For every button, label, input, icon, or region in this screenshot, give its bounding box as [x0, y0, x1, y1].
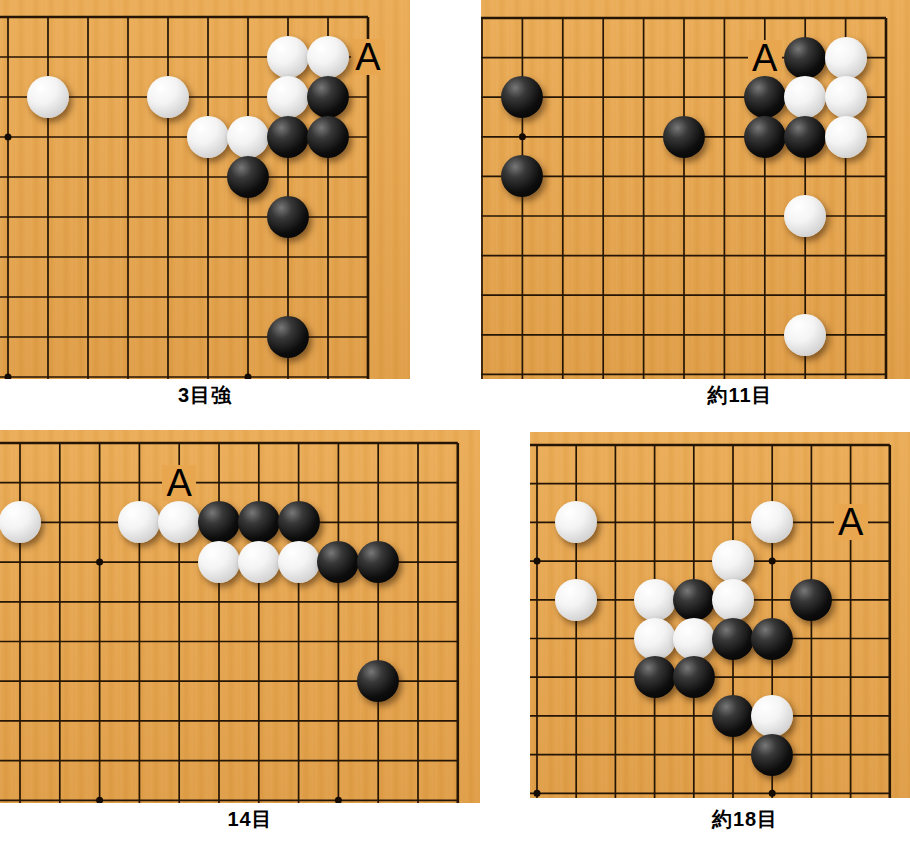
stone-black — [307, 76, 349, 118]
go-diagrams-page: A A A A 3目強 約11目 14目 約18目 — [0, 0, 910, 841]
stone-black — [634, 656, 676, 698]
stone-white — [634, 618, 676, 660]
stone-white — [147, 76, 189, 118]
stone-black — [357, 541, 399, 583]
stone-black — [238, 501, 280, 543]
stone-black — [751, 618, 793, 660]
stone-white — [267, 36, 309, 78]
stone-black — [712, 695, 754, 737]
stone-black — [712, 618, 754, 660]
hoshi-point — [96, 559, 103, 566]
stone-white — [187, 116, 229, 158]
stone-black — [751, 734, 793, 776]
stone-black — [307, 116, 349, 158]
hoshi-point — [519, 133, 526, 140]
stone-black — [673, 656, 715, 698]
caption-bottom-right: 約18目 — [530, 806, 910, 833]
stone-white — [278, 541, 320, 583]
stone-white — [825, 76, 867, 118]
stone-white — [784, 195, 826, 237]
stone-black — [790, 579, 832, 621]
point-label-a: A — [834, 504, 868, 540]
stone-white — [712, 540, 754, 582]
stone-black — [663, 116, 705, 158]
stone-white — [307, 36, 349, 78]
caption-top-right: 約11目 — [525, 382, 910, 409]
stone-white — [712, 579, 754, 621]
stone-white — [198, 541, 240, 583]
hoshi-point — [534, 558, 541, 565]
stone-white — [825, 116, 867, 158]
stone-black — [227, 156, 269, 198]
stone-black — [267, 196, 309, 238]
hoshi-point — [5, 134, 12, 141]
hoshi-point — [245, 374, 252, 380]
stone-white — [238, 541, 280, 583]
hoshi-point — [335, 797, 342, 803]
hoshi-point — [5, 374, 12, 380]
stone-white — [267, 76, 309, 118]
stone-white — [825, 37, 867, 79]
stone-black — [278, 501, 320, 543]
hoshi-point — [769, 558, 776, 565]
point-label-a: A — [748, 40, 782, 76]
hoshi-point — [96, 797, 103, 803]
stone-black — [784, 116, 826, 158]
point-label-a: A — [351, 39, 385, 75]
stone-white — [673, 618, 715, 660]
stone-black — [267, 316, 309, 358]
stone-white — [555, 579, 597, 621]
stone-white — [227, 116, 269, 158]
go-board-top-left: A — [0, 0, 410, 379]
caption-bottom-left: 14目 — [0, 806, 500, 833]
stone-black — [744, 76, 786, 118]
point-label-a: A — [162, 465, 196, 501]
go-board-bottom-right: A — [530, 432, 910, 798]
stone-white — [27, 76, 69, 118]
stone-white — [634, 579, 676, 621]
caption-top-left: 3目強 — [0, 382, 410, 409]
go-board-bottom-left: A — [0, 430, 480, 803]
board-grid — [0, 430, 480, 803]
hoshi-point — [534, 790, 541, 797]
stone-black — [267, 116, 309, 158]
stone-white — [784, 314, 826, 356]
stone-black — [744, 116, 786, 158]
stone-white — [751, 695, 793, 737]
stone-black — [784, 37, 826, 79]
go-board-top-right: A — [481, 0, 910, 379]
hoshi-point — [769, 790, 776, 797]
stone-black — [673, 579, 715, 621]
